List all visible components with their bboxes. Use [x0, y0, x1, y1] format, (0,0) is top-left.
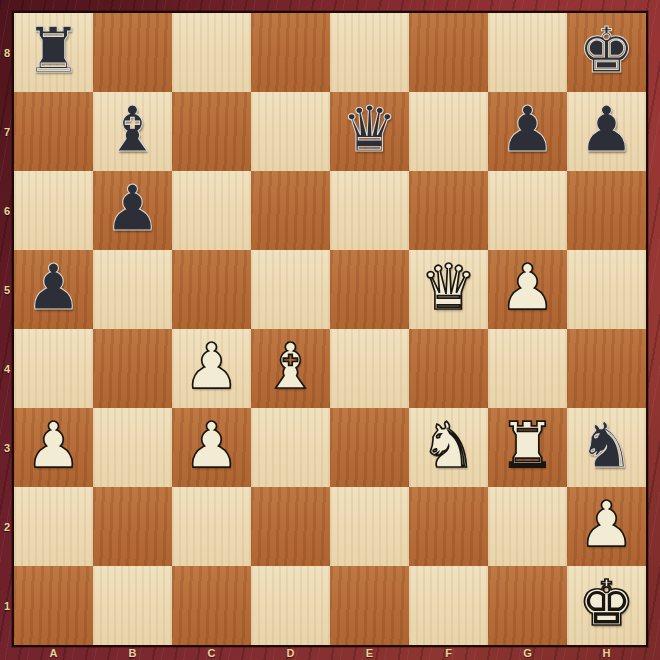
square-f3[interactable]: ♞: [409, 408, 488, 487]
square-g1[interactable]: [488, 566, 567, 645]
square-e3[interactable]: [330, 408, 409, 487]
piece-black-pawn: ♟: [104, 177, 160, 240]
square-d3[interactable]: [251, 408, 330, 487]
square-b1[interactable]: [93, 566, 172, 645]
square-h8[interactable]: ♚: [567, 13, 646, 92]
file-label-a: A: [14, 645, 93, 660]
rank-label-3: 3: [0, 408, 14, 487]
square-f2[interactable]: [409, 487, 488, 566]
rank-label-2: 2: [0, 487, 14, 566]
piece-black-pawn: ♟: [25, 256, 81, 319]
square-b2[interactable]: [93, 487, 172, 566]
square-d7[interactable]: [251, 92, 330, 171]
square-c7[interactable]: [172, 92, 251, 171]
square-h7[interactable]: ♟: [567, 92, 646, 171]
square-c5[interactable]: [172, 250, 251, 329]
square-a3[interactable]: ♟: [14, 408, 93, 487]
rank-label-5: 5: [0, 250, 14, 329]
square-e1[interactable]: [330, 566, 409, 645]
square-c3[interactable]: ♟: [172, 408, 251, 487]
square-b7[interactable]: ♝: [93, 92, 172, 171]
square-b6[interactable]: ♟: [93, 171, 172, 250]
square-e8[interactable]: [330, 13, 409, 92]
square-a6[interactable]: [14, 171, 93, 250]
square-d5[interactable]: [251, 250, 330, 329]
file-label-f: F: [409, 645, 488, 660]
square-e4[interactable]: [330, 329, 409, 408]
piece-white-pawn: ♟: [183, 335, 239, 398]
file-labels: ABCDEFGH: [14, 645, 646, 660]
square-d2[interactable]: [251, 487, 330, 566]
piece-white-queen: ♛: [420, 256, 476, 319]
square-f7[interactable]: [409, 92, 488, 171]
square-d6[interactable]: [251, 171, 330, 250]
piece-black-king: ♚: [578, 19, 634, 82]
square-f6[interactable]: [409, 171, 488, 250]
file-label-h: H: [567, 645, 646, 660]
square-f1[interactable]: [409, 566, 488, 645]
file-label-e: E: [330, 645, 409, 660]
square-c2[interactable]: [172, 487, 251, 566]
piece-white-bishop: ♝: [262, 335, 318, 398]
square-b5[interactable]: [93, 250, 172, 329]
piece-white-pawn: ♟: [578, 493, 634, 556]
piece-black-knight: ♞: [578, 414, 634, 477]
file-label-g: G: [488, 645, 567, 660]
piece-white-rook: ♜: [499, 414, 555, 477]
square-f5[interactable]: ♛: [409, 250, 488, 329]
square-c6[interactable]: [172, 171, 251, 250]
square-a4[interactable]: [14, 329, 93, 408]
square-d4[interactable]: ♝: [251, 329, 330, 408]
piece-black-bishop: ♝: [104, 98, 160, 161]
square-g4[interactable]: [488, 329, 567, 408]
square-g2[interactable]: [488, 487, 567, 566]
rank-labels: 87654321: [0, 13, 14, 645]
rank-label-4: 4: [0, 329, 14, 408]
square-f8[interactable]: [409, 13, 488, 92]
piece-white-pawn: ♟: [499, 256, 555, 319]
chess-board-window: ♜♚♝♛♟♟♟♟♛♟♟♝♟♟♞♜♞♟♚ 87654321 ABCDEFGH: [0, 0, 660, 660]
square-g8[interactable]: [488, 13, 567, 92]
square-a7[interactable]: [14, 92, 93, 171]
piece-white-pawn: ♟: [25, 414, 81, 477]
square-e7[interactable]: ♛: [330, 92, 409, 171]
square-a5[interactable]: ♟: [14, 250, 93, 329]
file-label-b: B: [93, 645, 172, 660]
piece-black-pawn: ♟: [499, 98, 555, 161]
file-label-d: D: [251, 645, 330, 660]
square-c4[interactable]: ♟: [172, 329, 251, 408]
square-h4[interactable]: [567, 329, 646, 408]
square-g7[interactable]: ♟: [488, 92, 567, 171]
square-h1[interactable]: ♚: [567, 566, 646, 645]
square-g5[interactable]: ♟: [488, 250, 567, 329]
piece-white-pawn: ♟: [183, 414, 239, 477]
piece-white-king: ♚: [578, 572, 634, 635]
square-a2[interactable]: [14, 487, 93, 566]
piece-black-rook: ♜: [25, 19, 81, 82]
file-label-c: C: [172, 645, 251, 660]
chess-board: ♜♚♝♛♟♟♟♟♛♟♟♝♟♟♞♜♞♟♚: [14, 13, 646, 645]
square-b8[interactable]: [93, 13, 172, 92]
square-a8[interactable]: ♜: [14, 13, 93, 92]
square-a1[interactable]: [14, 566, 93, 645]
square-b3[interactable]: [93, 408, 172, 487]
rank-label-7: 7: [0, 92, 14, 171]
piece-black-pawn: ♟: [578, 98, 634, 161]
square-b4[interactable]: [93, 329, 172, 408]
square-h6[interactable]: [567, 171, 646, 250]
square-h2[interactable]: ♟: [567, 487, 646, 566]
square-e6[interactable]: [330, 171, 409, 250]
piece-white-knight: ♞: [420, 414, 476, 477]
square-e2[interactable]: [330, 487, 409, 566]
square-d1[interactable]: [251, 566, 330, 645]
square-d8[interactable]: [251, 13, 330, 92]
piece-black-queen: ♛: [341, 98, 397, 161]
rank-label-8: 8: [0, 13, 14, 92]
square-h3[interactable]: ♞: [567, 408, 646, 487]
square-h5[interactable]: [567, 250, 646, 329]
rank-label-6: 6: [0, 171, 14, 250]
square-c1[interactable]: [172, 566, 251, 645]
square-c8[interactable]: [172, 13, 251, 92]
rank-label-1: 1: [0, 566, 14, 645]
square-g6[interactable]: [488, 171, 567, 250]
square-g3[interactable]: ♜: [488, 408, 567, 487]
square-e5[interactable]: [330, 250, 409, 329]
square-f4[interactable]: [409, 329, 488, 408]
